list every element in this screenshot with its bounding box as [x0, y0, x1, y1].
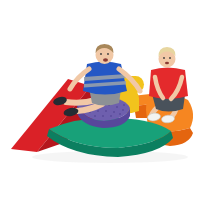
product-photo: [0, 0, 200, 200]
boy-left-eye-right: [107, 53, 109, 55]
boy-left-eye-left: [100, 53, 102, 55]
boy-left-mouth: [103, 58, 108, 62]
boy-right-eye-right: [169, 57, 171, 59]
foam-climber-scene: [0, 0, 200, 200]
boy-right-eye-left: [163, 57, 165, 59]
boy-right-mouth: [165, 62, 169, 64]
